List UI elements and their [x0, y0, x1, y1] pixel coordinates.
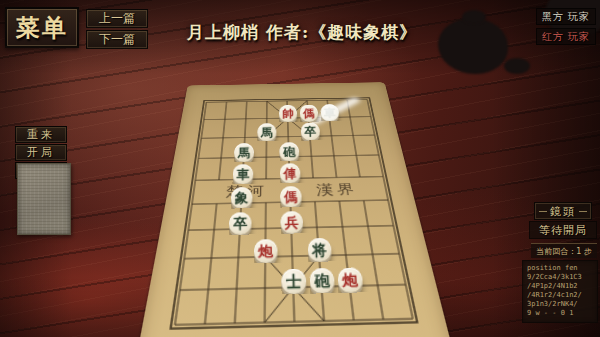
ornament-line [579, 211, 587, 212]
piece-砲[interactable]: 砲 [309, 267, 335, 293]
turn-counter: 当前回合：1 步 [531, 243, 597, 258]
piece-馬[interactable]: 馬 [257, 123, 276, 141]
move-list-panel [17, 163, 71, 235]
piece-卒[interactable]: 卒 [228, 212, 251, 235]
ornament-line [539, 211, 547, 212]
red-player-label: 红方 玩家 [536, 28, 596, 45]
piece-車[interactable]: 車 [232, 164, 253, 184]
pager: 上一篇 下一篇 [86, 9, 148, 51]
piece-傌[interactable]: 傌 [279, 186, 301, 208]
piece-車[interactable]: 車 [320, 104, 339, 121]
teapot-silhouette [438, 18, 508, 74]
piece-象[interactable]: 象 [230, 187, 252, 209]
piece-卒[interactable]: 卒 [300, 122, 320, 140]
status-label: 等待開局 [529, 221, 597, 239]
restart-button[interactable]: 重来 [15, 126, 67, 143]
xiangqi-board: 楚河 漢界 帥傌車馬卒馬砲車俥象傌卒兵炮将士砲炮 [157, 91, 432, 337]
piece-炮[interactable]: 炮 [337, 267, 363, 293]
next-puzzle-button[interactable]: 下一篇 [86, 30, 148, 49]
piece-傌[interactable]: 傌 [299, 104, 318, 121]
pot-lid-silhouette [462, 10, 486, 24]
piece-砲[interactable]: 砲 [279, 142, 299, 161]
puzzle-title: 月上柳梢 作者:《趣味象棋》 [187, 21, 417, 44]
fen-display: position fen9/2Cca4/3k1C3/4P1p2/4N1b2/4R… [522, 260, 598, 323]
black-player-label: 黑方 玩家 [536, 8, 596, 25]
camera-button[interactable]: 鏡頭 [534, 202, 592, 220]
prev-puzzle-button[interactable]: 上一篇 [86, 9, 148, 28]
piece-帥[interactable]: 帥 [278, 105, 297, 123]
piece-馬[interactable]: 馬 [234, 143, 254, 162]
piece-俥[interactable]: 俥 [279, 163, 300, 183]
menu-button[interactable]: 菜单 [5, 7, 79, 48]
piece-将[interactable]: 将 [307, 237, 331, 261]
piece-兵[interactable]: 兵 [280, 211, 303, 234]
game-screen: 菜单 上一篇 下一篇 月上柳梢 作者:《趣味象棋》 黑方 玩家 红方 玩家 重来… [0, 0, 600, 337]
piece-炮[interactable]: 炮 [253, 239, 277, 263]
cup-silhouette [504, 58, 530, 74]
opening-button[interactable]: 开局 [15, 144, 67, 161]
piece-士[interactable]: 士 [281, 268, 306, 294]
